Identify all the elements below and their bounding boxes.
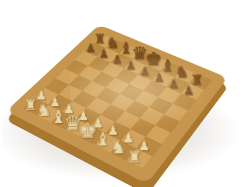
chess-board: ♜♞♝♛♚♝♞♜♟♟♟♟♟♟♟♟♟♟♟♟♟♟♟♟♜♞♝♛♚♝♞♜	[6, 25, 227, 184]
photo-stage: ♜♞♝♛♚♝♞♜♟♟♟♟♟♟♟♟♟♟♟♟♟♟♟♟♜♞♝♛♚♝♞♜	[0, 0, 250, 187]
board-3d-wrapper: ♜♞♝♛♚♝♞♜♟♟♟♟♟♟♟♟♟♟♟♟♟♟♟♟♜♞♝♛♚♝♞♜	[6, 25, 227, 184]
square-h5[interactable]	[164, 104, 188, 122]
piece-black-pawn[interactable]: ♟	[180, 80, 197, 97]
board-scene: ♜♞♝♛♚♝♞♜♟♟♟♟♟♟♟♟♟♟♟♟♟♟♟♟♜♞♝♛♚♝♞♜	[40, 14, 200, 174]
piece-white-rook[interactable]: ♜	[125, 146, 144, 165]
square-f4[interactable]	[125, 101, 149, 118]
